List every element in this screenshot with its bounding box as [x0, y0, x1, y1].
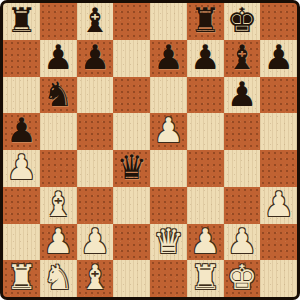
piece-black-pawn[interactable]: ♟ [80, 40, 110, 76]
piece-black-pawn[interactable]: ♟ [6, 113, 36, 149]
square-d6[interactable] [113, 77, 150, 114]
square-g3[interactable] [224, 187, 261, 224]
square-d1[interactable] [113, 260, 150, 297]
square-h1[interactable] [260, 260, 297, 297]
square-f7[interactable]: ♟ [187, 40, 224, 77]
square-b6[interactable]: ♞ [40, 77, 77, 114]
square-b8[interactable] [40, 3, 77, 40]
square-b4[interactable] [40, 150, 77, 187]
square-h3[interactable]: ♟ [260, 187, 297, 224]
square-h4[interactable] [260, 150, 297, 187]
square-a4[interactable]: ♟ [3, 150, 40, 187]
piece-black-knight[interactable]: ♞ [43, 77, 73, 113]
piece-black-pawn[interactable]: ♟ [43, 40, 73, 76]
square-h8[interactable] [260, 3, 297, 40]
square-g8[interactable]: ♚ [224, 3, 261, 40]
square-b7[interactable]: ♟ [40, 40, 77, 77]
square-g7[interactable]: ♝ [224, 40, 261, 77]
square-d8[interactable] [113, 3, 150, 40]
square-a8[interactable]: ♜ [3, 3, 40, 40]
square-c2[interactable]: ♟ [77, 224, 114, 261]
square-b1[interactable]: ♞ [40, 260, 77, 297]
square-b5[interactable] [40, 113, 77, 150]
square-a7[interactable] [3, 40, 40, 77]
square-f2[interactable]: ♟ [187, 224, 224, 261]
piece-white-pawn[interactable]: ♟ [263, 187, 293, 223]
square-d7[interactable] [113, 40, 150, 77]
piece-white-pawn[interactable]: ♟ [153, 113, 183, 149]
square-g6[interactable]: ♟ [224, 77, 261, 114]
piece-black-queen[interactable]: ♛ [116, 150, 146, 186]
square-a5[interactable]: ♟ [3, 113, 40, 150]
piece-white-queen[interactable]: ♛ [153, 224, 183, 260]
square-h7[interactable]: ♟ [260, 40, 297, 77]
square-c4[interactable] [77, 150, 114, 187]
square-f6[interactable] [187, 77, 224, 114]
square-a1[interactable]: ♜ [3, 260, 40, 297]
square-b3[interactable]: ♝ [40, 187, 77, 224]
piece-white-rook[interactable]: ♜ [6, 260, 36, 296]
square-f8[interactable]: ♜ [187, 3, 224, 40]
square-f5[interactable] [187, 113, 224, 150]
square-a3[interactable] [3, 187, 40, 224]
piece-white-knight[interactable]: ♞ [43, 260, 73, 296]
square-h5[interactable] [260, 113, 297, 150]
square-a2[interactable] [3, 224, 40, 261]
chess-screenshot: ♜♝♜♚♟♟♟♟♝♟♞♟♟♟♟♛♝♟♟♟♛♟♟♜♞♝♜♚ [0, 0, 300, 300]
square-f4[interactable] [187, 150, 224, 187]
piece-white-pawn[interactable]: ♟ [227, 224, 257, 260]
square-e8[interactable] [150, 3, 187, 40]
piece-black-king[interactable]: ♚ [227, 3, 257, 39]
square-h2[interactable] [260, 224, 297, 261]
piece-white-pawn[interactable]: ♟ [43, 224, 73, 260]
square-c5[interactable] [77, 113, 114, 150]
piece-white-pawn[interactable]: ♟ [80, 224, 110, 260]
piece-black-pawn[interactable]: ♟ [153, 40, 183, 76]
square-f1[interactable]: ♜ [187, 260, 224, 297]
square-e7[interactable]: ♟ [150, 40, 187, 77]
piece-black-rook[interactable]: ♜ [190, 3, 220, 39]
square-f3[interactable] [187, 187, 224, 224]
square-e2[interactable]: ♛ [150, 224, 187, 261]
piece-black-pawn[interactable]: ♟ [227, 77, 257, 113]
square-c3[interactable] [77, 187, 114, 224]
piece-black-bishop[interactable]: ♝ [227, 40, 257, 76]
piece-black-pawn[interactable]: ♟ [190, 40, 220, 76]
piece-black-bishop[interactable]: ♝ [80, 3, 110, 39]
square-c7[interactable]: ♟ [77, 40, 114, 77]
piece-white-king[interactable]: ♚ [227, 260, 257, 296]
piece-white-pawn[interactable]: ♟ [190, 224, 220, 260]
square-d2[interactable] [113, 224, 150, 261]
square-e1[interactable] [150, 260, 187, 297]
square-c8[interactable]: ♝ [77, 3, 114, 40]
square-a6[interactable] [3, 77, 40, 114]
square-d4[interactable]: ♛ [113, 150, 150, 187]
piece-white-bishop[interactable]: ♝ [80, 260, 110, 296]
chess-board: ♜♝♜♚♟♟♟♟♝♟♞♟♟♟♟♛♝♟♟♟♛♟♟♜♞♝♜♚ [3, 3, 297, 297]
square-e3[interactable] [150, 187, 187, 224]
square-h6[interactable] [260, 77, 297, 114]
square-g2[interactable]: ♟ [224, 224, 261, 261]
square-g5[interactable] [224, 113, 261, 150]
square-g4[interactable] [224, 150, 261, 187]
square-c1[interactable]: ♝ [77, 260, 114, 297]
chess-board-frame: ♜♝♜♚♟♟♟♟♝♟♞♟♟♟♟♛♝♟♟♟♛♟♟♜♞♝♜♚ [0, 0, 300, 300]
piece-white-pawn[interactable]: ♟ [6, 150, 36, 186]
piece-white-rook[interactable]: ♜ [190, 260, 220, 296]
square-e6[interactable] [150, 77, 187, 114]
square-c6[interactable] [77, 77, 114, 114]
square-e4[interactable] [150, 150, 187, 187]
piece-black-pawn[interactable]: ♟ [263, 40, 293, 76]
square-b2[interactable]: ♟ [40, 224, 77, 261]
square-d5[interactable] [113, 113, 150, 150]
square-e5[interactable]: ♟ [150, 113, 187, 150]
square-g1[interactable]: ♚ [224, 260, 261, 297]
square-d3[interactable] [113, 187, 150, 224]
piece-white-bishop[interactable]: ♝ [43, 187, 73, 223]
piece-black-rook[interactable]: ♜ [6, 3, 36, 39]
